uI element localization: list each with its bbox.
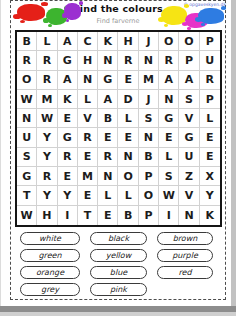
grid-cell-r8c1[interactable]: G <box>17 167 37 186</box>
grid-cell-r9c5[interactable]: L <box>98 186 118 205</box>
grid-cell-r4c3[interactable]: K <box>58 90 78 109</box>
word-pill-orange[interactable]: orange <box>20 266 80 279</box>
grid-cell-r5c8[interactable]: G <box>159 109 179 128</box>
grid-cell-r8c8[interactable]: S <box>159 167 179 186</box>
grid-cell-r8c9[interactable]: Z <box>179 167 199 186</box>
grid-cell-r10c4[interactable]: T <box>78 206 98 225</box>
grid-cell-r7c3[interactable]: R <box>58 148 78 167</box>
grid-cell-r3c5[interactable]: G <box>98 71 118 90</box>
grid-cell-r2c1[interactable]: R <box>17 51 37 70</box>
grid-cell-r6c9[interactable]: G <box>179 128 199 147</box>
grid-cell-r2c6[interactable]: R <box>118 51 138 70</box>
grid-cell-r1c5[interactable]: K <box>98 32 118 51</box>
grid-cell-r3c9[interactable]: A <box>179 71 199 90</box>
grid-cell-r4c8[interactable]: N <box>159 90 179 109</box>
photo-edge-bottom-light <box>0 312 236 316</box>
photo-edge-left <box>0 0 1 316</box>
grid-cell-r6c5[interactable]: E <box>98 128 118 147</box>
word-pill-pink[interactable]: pink <box>90 283 147 296</box>
grid-cell-r2c3[interactable]: G <box>58 51 78 70</box>
grid-cell-r6c4[interactable]: R <box>78 128 98 147</box>
grid-cell-r4c2[interactable]: M <box>37 90 57 109</box>
grid-cell-r9c3[interactable]: Y <box>58 186 78 205</box>
grid-cell-r2c10[interactable]: U <box>200 51 220 70</box>
grid-cell-r3c2[interactable]: R <box>37 71 57 90</box>
grid-cell-r1c8[interactable]: O <box>159 32 179 51</box>
grid-cell-r7c4[interactable]: E <box>78 148 98 167</box>
grid-cell-r8c10[interactable]: X <box>200 167 220 186</box>
grid-cell-r6c7[interactable]: N <box>139 128 159 147</box>
copyright-text: © opgaveskyen.dk <box>183 2 226 7</box>
word-pill-grey[interactable]: grey <box>20 283 80 296</box>
grid-cell-r10c7[interactable]: P <box>139 206 159 225</box>
grid-cell-r9c6[interactable]: L <box>118 186 138 205</box>
grid-cell-r3c6[interactable]: E <box>118 71 138 90</box>
grid-cell-r6c6[interactable]: E <box>118 128 138 147</box>
grid-cell-r1c3[interactable]: A <box>58 32 78 51</box>
grid-cell-r7c8[interactable]: L <box>159 148 179 167</box>
grid-cell-r10c8[interactable]: I <box>159 206 179 225</box>
grid-cell-r10c5[interactable]: E <box>98 206 118 225</box>
grid-cell-r8c5[interactable]: N <box>98 167 118 186</box>
grid-cell-r4c9[interactable]: S <box>179 90 199 109</box>
word-pill-white[interactable]: white <box>20 232 80 245</box>
grid-cell-r7c5[interactable]: R <box>98 148 118 167</box>
grid-cell-r7c10[interactable]: E <box>200 148 220 167</box>
grid-cell-r9c9[interactable]: V <box>179 186 199 205</box>
word-pill-green[interactable]: green <box>20 249 80 262</box>
grid-cell-r10c2[interactable]: H <box>37 206 57 225</box>
grid-cell-r1c10[interactable]: P <box>200 32 220 51</box>
grid-cell-r3c7[interactable]: M <box>139 71 159 90</box>
red-splat <box>17 4 45 21</box>
grid-cell-r3c8[interactable]: A <box>159 71 179 90</box>
grid-cell-r1c9[interactable]: O <box>179 32 199 51</box>
grid-cell-r7c1[interactable]: S <box>17 148 37 167</box>
grid-cell-r8c2[interactable]: R <box>37 167 57 186</box>
grid-cell-r1c6[interactable]: H <box>118 32 138 51</box>
grid-cell-r2c4[interactable]: H <box>78 51 98 70</box>
grid-cell-r5c2[interactable]: W <box>37 109 57 128</box>
grid-cell-r3c10[interactable]: R <box>200 71 220 90</box>
word-search-grid: BLACKHJOOPRRGHNRNRPUORANGEMAARWMKLADJNSP… <box>15 30 222 227</box>
grid-cell-r7c6[interactable]: N <box>118 148 138 167</box>
grid-cell-r8c6[interactable]: O <box>118 167 138 186</box>
word-pill-purple[interactable]: purple <box>157 249 213 262</box>
grid-cell-r7c2[interactable]: Y <box>37 148 57 167</box>
grid-cell-r5c4[interactable]: V <box>78 109 98 128</box>
grid-cell-r10c9[interactable]: N <box>179 206 199 225</box>
grid-cell-r2c8[interactable]: R <box>159 51 179 70</box>
word-pill-black[interactable]: black <box>90 232 147 245</box>
grid-cell-r9c10[interactable]: Y <box>200 186 220 205</box>
grid-cell-r3c3[interactable]: A <box>58 71 78 90</box>
word-pill-brown[interactable]: brown <box>157 232 213 245</box>
grid-cell-r8c3[interactable]: E <box>58 167 78 186</box>
grid-cell-r5c6[interactable]: L <box>118 109 138 128</box>
grid-cell-r3c4[interactable]: N <box>78 71 98 90</box>
grid-cell-r10c6[interactable]: B <box>118 206 138 225</box>
grid-cell-r5c10[interactable]: L <box>200 109 220 128</box>
grid-cell-r10c3[interactable]: I <box>58 206 78 225</box>
word-pill-blue[interactable]: blue <box>90 266 147 279</box>
grid-cell-r9c2[interactable]: Y <box>37 186 57 205</box>
grid-cell-r1c4[interactable]: C <box>78 32 98 51</box>
grid-cell-r8c4[interactable]: M <box>78 167 98 186</box>
grid-cell-r4c10[interactable]: P <box>200 90 220 109</box>
grid-cell-r9c7[interactable]: O <box>139 186 159 205</box>
grid-cell-r2c5[interactable]: N <box>98 51 118 70</box>
grid-cell-r6c3[interactable]: G <box>58 128 78 147</box>
grid-cell-r5c9[interactable]: V <box>179 109 199 128</box>
grid-cell-r8c7[interactable]: P <box>139 167 159 186</box>
grid-cell-r10c10[interactable]: K <box>200 206 220 225</box>
grid-cell-r5c5[interactable]: B <box>98 109 118 128</box>
photo-edge-right <box>231 0 236 316</box>
grid-cell-r4c7[interactable]: J <box>139 90 159 109</box>
grid-cell-r6c8[interactable]: E <box>159 128 179 147</box>
blue-splat <box>198 8 224 24</box>
grid-cell-r1c1[interactable]: B <box>17 32 37 51</box>
grid-cell-r2c9[interactable]: P <box>179 51 199 70</box>
grid-cell-r2c7[interactable]: N <box>139 51 159 70</box>
grid-cell-r1c7[interactable]: J <box>139 32 159 51</box>
grid-cell-r5c7[interactable]: S <box>139 109 159 128</box>
grid-cell-r5c3[interactable]: E <box>58 109 78 128</box>
grid-cell-r9c8[interactable]: W <box>159 186 179 205</box>
grid-cell-r6c2[interactable]: Y <box>37 128 57 147</box>
grid-cell-r2c2[interactable]: R <box>37 51 57 70</box>
grid-cell-r7c9[interactable]: U <box>179 148 199 167</box>
word-pill-red[interactable]: red <box>157 266 213 279</box>
grid-cell-r6c1[interactable]: U <box>17 128 37 147</box>
word-pill-yellow[interactable]: yellow <box>90 249 147 262</box>
grid-cell-r4c5[interactable]: A <box>98 90 118 109</box>
grid-cell-r3c1[interactable]: O <box>17 71 37 90</box>
grid-cell-r4c6[interactable]: D <box>118 90 138 109</box>
purple-splat <box>64 3 81 20</box>
grid-cell-r1c2[interactable]: L <box>37 32 57 51</box>
grid-cell-r4c4[interactable]: L <box>78 90 98 109</box>
grid-cell-r10c1[interactable]: W <box>17 206 37 225</box>
grid-cell-r6c10[interactable]: E <box>200 128 220 147</box>
grid-cell-r4c1[interactable]: W <box>17 90 37 109</box>
grid-cell-r5c1[interactable]: N <box>17 109 37 128</box>
grid-cell-r9c1[interactable]: T <box>17 186 37 205</box>
grid-cell-r9c4[interactable]: E <box>78 186 98 205</box>
grid-cell-r7c7[interactable]: B <box>139 148 159 167</box>
